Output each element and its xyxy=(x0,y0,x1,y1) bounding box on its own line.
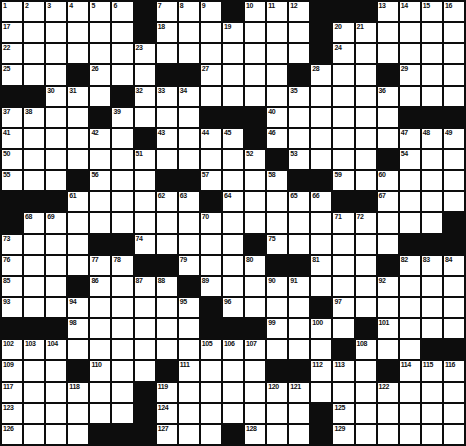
white-cell-r2c14[interactable] xyxy=(289,23,309,42)
white-cell-r3c13[interactable] xyxy=(267,44,287,63)
white-cell-r11c5[interactable] xyxy=(90,213,110,232)
white-cell-r14c21[interactable] xyxy=(444,277,464,296)
white-cell-r17c3[interactable]: 104 xyxy=(46,340,66,359)
white-cell-r7c14[interactable] xyxy=(289,129,309,148)
white-cell-r9c20[interactable] xyxy=(422,171,442,190)
white-cell-r16c20[interactable] xyxy=(422,319,442,338)
white-cell-r12c11[interactable] xyxy=(223,235,243,254)
white-cell-r19c19[interactable] xyxy=(400,383,420,402)
white-cell-r1c2[interactable]: 2 xyxy=(24,2,44,21)
white-cell-r8c16[interactable] xyxy=(333,150,353,169)
white-cell-r8c11[interactable] xyxy=(223,150,243,169)
white-cell-r2c4[interactable] xyxy=(68,23,88,42)
white-cell-r18c5[interactable]: 110 xyxy=(90,361,110,380)
white-cell-r13c12[interactable]: 80 xyxy=(245,256,265,275)
white-cell-r11c6[interactable] xyxy=(112,213,132,232)
white-cell-r16c7[interactable] xyxy=(135,319,155,338)
white-cell-r11c20[interactable] xyxy=(422,213,442,232)
white-cell-r9c12[interactable] xyxy=(245,171,265,190)
white-cell-r17c14[interactable] xyxy=(289,340,309,359)
white-cell-r5c13[interactable] xyxy=(267,87,287,106)
white-cell-r13c17[interactable] xyxy=(356,256,376,275)
white-cell-r9c19[interactable] xyxy=(400,171,420,190)
white-cell-r3c9[interactable] xyxy=(179,44,199,63)
white-cell-r21c21[interactable] xyxy=(444,425,464,444)
white-cell-r21c9[interactable] xyxy=(179,425,199,444)
white-cell-r18c3[interactable] xyxy=(46,361,66,380)
white-cell-r20c10[interactable] xyxy=(201,404,221,423)
white-cell-r10c21[interactable] xyxy=(444,192,464,211)
white-cell-r19c14[interactable]: 121 xyxy=(289,383,309,402)
white-cell-r8c17[interactable] xyxy=(356,150,376,169)
white-cell-r10c19[interactable] xyxy=(400,192,420,211)
white-cell-r18c21[interactable]: 116 xyxy=(444,361,464,380)
white-cell-r16c13[interactable]: 99 xyxy=(267,319,287,338)
white-cell-r9c7[interactable] xyxy=(135,171,155,190)
white-cell-r5c20[interactable] xyxy=(422,87,442,106)
white-cell-r10c5[interactable] xyxy=(90,192,110,211)
white-cell-r14c15[interactable] xyxy=(311,277,331,296)
white-cell-r12c3[interactable] xyxy=(46,235,66,254)
white-cell-r2c8[interactable]: 18 xyxy=(157,23,177,42)
white-cell-r19c8[interactable]: 119 xyxy=(157,383,177,402)
white-cell-r18c1[interactable]: 109 xyxy=(2,361,22,380)
white-cell-r20c6[interactable] xyxy=(112,404,132,423)
white-cell-r2c1[interactable]: 17 xyxy=(2,23,22,42)
white-cell-r9c6[interactable] xyxy=(112,171,132,190)
white-cell-r16c18[interactable]: 101 xyxy=(378,319,398,338)
white-cell-r18c10[interactable] xyxy=(201,361,221,380)
white-cell-r19c1[interactable]: 117 xyxy=(2,383,22,402)
white-cell-r20c21[interactable] xyxy=(444,404,464,423)
white-cell-r7c10[interactable]: 44 xyxy=(201,129,221,148)
white-cell-r20c11[interactable] xyxy=(223,404,243,423)
white-cell-r19c5[interactable] xyxy=(90,383,110,402)
white-cell-r21c16[interactable]: 129 xyxy=(333,425,353,444)
white-cell-r2c9[interactable] xyxy=(179,23,199,42)
white-cell-r10c14[interactable]: 65 xyxy=(289,192,309,211)
white-cell-r4c6[interactable] xyxy=(112,65,132,84)
white-cell-r4c2[interactable] xyxy=(24,65,44,84)
white-cell-r12c8[interactable] xyxy=(157,235,177,254)
white-cell-r5c5[interactable] xyxy=(90,87,110,106)
white-cell-r13c6[interactable]: 78 xyxy=(112,256,132,275)
white-cell-r6c1[interactable]: 37 xyxy=(2,108,22,127)
white-cell-r7c11[interactable]: 45 xyxy=(223,129,243,148)
white-cell-r12c9[interactable] xyxy=(179,235,199,254)
white-cell-r7c18[interactable] xyxy=(378,129,398,148)
white-cell-r13c10[interactable] xyxy=(201,256,221,275)
white-cell-r6c13[interactable]: 40 xyxy=(267,108,287,127)
white-cell-r15c4[interactable]: 94 xyxy=(68,298,88,317)
white-cell-r3c8[interactable] xyxy=(157,44,177,63)
white-cell-r20c8[interactable]: 124 xyxy=(157,404,177,423)
white-cell-r7c6[interactable] xyxy=(112,129,132,148)
white-cell-r21c3[interactable] xyxy=(46,425,66,444)
white-cell-r11c16[interactable]: 71 xyxy=(333,213,353,232)
white-cell-r17c5[interactable] xyxy=(90,340,110,359)
white-cell-r18c12[interactable] xyxy=(245,361,265,380)
white-cell-r11c11[interactable] xyxy=(223,213,243,232)
white-cell-r17c18[interactable] xyxy=(378,340,398,359)
white-cell-r18c17[interactable] xyxy=(356,361,376,380)
white-cell-r18c7[interactable] xyxy=(135,361,155,380)
white-cell-r2c19[interactable] xyxy=(400,23,420,42)
white-cell-r19c10[interactable] xyxy=(201,383,221,402)
white-cell-r16c14[interactable] xyxy=(289,319,309,338)
white-cell-r19c20[interactable] xyxy=(422,383,442,402)
white-cell-r20c20[interactable] xyxy=(422,404,442,423)
white-cell-r6c16[interactable] xyxy=(333,108,353,127)
white-cell-r8c19[interactable]: 54 xyxy=(400,150,420,169)
white-cell-r8c9[interactable] xyxy=(179,150,199,169)
white-cell-r17c2[interactable]: 103 xyxy=(24,340,44,359)
white-cell-r9c13[interactable]: 58 xyxy=(267,171,287,190)
white-cell-r8c2[interactable] xyxy=(24,150,44,169)
white-cell-r19c18[interactable]: 122 xyxy=(378,383,398,402)
white-cell-r5c18[interactable]: 36 xyxy=(378,87,398,106)
white-cell-r21c18[interactable] xyxy=(378,425,398,444)
white-cell-r10c11[interactable]: 64 xyxy=(223,192,243,211)
white-cell-r13c16[interactable] xyxy=(333,256,353,275)
white-cell-r3c11[interactable] xyxy=(223,44,243,63)
white-cell-r3c17[interactable] xyxy=(356,44,376,63)
white-cell-r20c3[interactable] xyxy=(46,404,66,423)
white-cell-r19c6[interactable] xyxy=(112,383,132,402)
white-cell-r15c5[interactable] xyxy=(90,298,110,317)
white-cell-r17c6[interactable] xyxy=(112,340,132,359)
white-cell-r14c17[interactable] xyxy=(356,277,376,296)
white-cell-r7c9[interactable] xyxy=(179,129,199,148)
white-cell-r9c11[interactable] xyxy=(223,171,243,190)
white-cell-r11c3[interactable]: 69 xyxy=(46,213,66,232)
white-cell-r11c17[interactable]: 72 xyxy=(356,213,376,232)
white-cell-r16c9[interactable] xyxy=(179,319,199,338)
white-cell-r5c4[interactable]: 31 xyxy=(68,87,88,106)
white-cell-r17c10[interactable]: 105 xyxy=(201,340,221,359)
white-cell-r6c9[interactable] xyxy=(179,108,199,127)
white-cell-r21c1[interactable]: 126 xyxy=(2,425,22,444)
white-cell-r5c17[interactable] xyxy=(356,87,376,106)
white-cell-r12c4[interactable] xyxy=(68,235,88,254)
white-cell-r6c17[interactable] xyxy=(356,108,376,127)
white-cell-r14c14[interactable]: 91 xyxy=(289,277,309,296)
white-cell-r8c3[interactable] xyxy=(46,150,66,169)
white-cell-r14c19[interactable] xyxy=(400,277,420,296)
white-cell-r20c2[interactable] xyxy=(24,404,44,423)
white-cell-r1c8[interactable]: 7 xyxy=(157,2,177,21)
white-cell-r4c11[interactable] xyxy=(223,65,243,84)
white-cell-r13c3[interactable] xyxy=(46,256,66,275)
white-cell-r17c8[interactable] xyxy=(157,340,177,359)
white-cell-r21c19[interactable] xyxy=(400,425,420,444)
white-cell-r2c12[interactable] xyxy=(245,23,265,42)
white-cell-r15c1[interactable]: 93 xyxy=(2,298,22,317)
white-cell-r6c4[interactable] xyxy=(68,108,88,127)
white-cell-r19c11[interactable] xyxy=(223,383,243,402)
white-cell-r2c18[interactable] xyxy=(378,23,398,42)
white-cell-r8c6[interactable] xyxy=(112,150,132,169)
white-cell-r20c17[interactable] xyxy=(356,404,376,423)
white-cell-r11c12[interactable] xyxy=(245,213,265,232)
white-cell-r12c13[interactable]: 75 xyxy=(267,235,287,254)
white-cell-r15c8[interactable] xyxy=(157,298,177,317)
white-cell-r1c18[interactable]: 13 xyxy=(378,2,398,21)
white-cell-r9c16[interactable]: 59 xyxy=(333,171,353,190)
white-cell-r9c1[interactable]: 55 xyxy=(2,171,22,190)
white-cell-r11c2[interactable]: 68 xyxy=(24,213,44,232)
white-cell-r4c1[interactable]: 25 xyxy=(2,65,22,84)
white-cell-r18c20[interactable]: 115 xyxy=(422,361,442,380)
white-cell-r19c9[interactable] xyxy=(179,383,199,402)
white-cell-r8c21[interactable] xyxy=(444,150,464,169)
white-cell-r2c21[interactable] xyxy=(444,23,464,42)
white-cell-r14c6[interactable] xyxy=(112,277,132,296)
white-cell-r13c15[interactable]: 81 xyxy=(311,256,331,275)
white-cell-r20c4[interactable] xyxy=(68,404,88,423)
white-cell-r9c10[interactable]: 57 xyxy=(201,171,221,190)
white-cell-r3c3[interactable] xyxy=(46,44,66,63)
white-cell-r11c14[interactable] xyxy=(289,213,309,232)
white-cell-r3c18[interactable] xyxy=(378,44,398,63)
white-cell-r1c10[interactable]: 9 xyxy=(201,2,221,21)
white-cell-r15c13[interactable] xyxy=(267,298,287,317)
white-cell-r18c6[interactable] xyxy=(112,361,132,380)
white-cell-r7c20[interactable]: 48 xyxy=(422,129,442,148)
white-cell-r18c19[interactable]: 114 xyxy=(400,361,420,380)
white-cell-r9c21[interactable] xyxy=(444,171,464,190)
white-cell-r8c15[interactable] xyxy=(311,150,331,169)
white-cell-r19c17[interactable] xyxy=(356,383,376,402)
white-cell-r4c7[interactable] xyxy=(135,65,155,84)
white-cell-r1c12[interactable]: 10 xyxy=(245,2,265,21)
white-cell-r7c4[interactable] xyxy=(68,129,88,148)
white-cell-r12c2[interactable] xyxy=(24,235,44,254)
white-cell-r14c20[interactable] xyxy=(422,277,442,296)
white-cell-r2c11[interactable]: 19 xyxy=(223,23,243,42)
white-cell-r9c18[interactable]: 60 xyxy=(378,171,398,190)
white-cell-r20c12[interactable] xyxy=(245,404,265,423)
white-cell-r10c13[interactable] xyxy=(267,192,287,211)
white-cell-r12c16[interactable] xyxy=(333,235,353,254)
white-cell-r2c2[interactable] xyxy=(24,23,44,42)
white-cell-r19c15[interactable] xyxy=(311,383,331,402)
white-cell-r12c14[interactable] xyxy=(289,235,309,254)
white-cell-r4c5[interactable]: 26 xyxy=(90,65,110,84)
white-cell-r11c10[interactable]: 70 xyxy=(201,213,221,232)
white-cell-r1c6[interactable]: 6 xyxy=(112,2,132,21)
white-cell-r3c21[interactable] xyxy=(444,44,464,63)
white-cell-r21c14[interactable] xyxy=(289,425,309,444)
white-cell-r20c18[interactable] xyxy=(378,404,398,423)
white-cell-r6c2[interactable]: 38 xyxy=(24,108,44,127)
white-cell-r16c16[interactable] xyxy=(333,319,353,338)
white-cell-r17c15[interactable] xyxy=(311,340,331,359)
white-cell-r15c17[interactable] xyxy=(356,298,376,317)
white-cell-r1c9[interactable]: 8 xyxy=(179,2,199,21)
white-cell-r13c5[interactable]: 77 xyxy=(90,256,110,275)
white-cell-r12c18[interactable] xyxy=(378,235,398,254)
white-cell-r4c13[interactable] xyxy=(267,65,287,84)
white-cell-r11c7[interactable] xyxy=(135,213,155,232)
white-cell-r20c19[interactable] xyxy=(400,404,420,423)
white-cell-r7c1[interactable]: 41 xyxy=(2,129,22,148)
white-cell-r2c16[interactable]: 20 xyxy=(333,23,353,42)
white-cell-r18c2[interactable] xyxy=(24,361,44,380)
white-cell-r10c4[interactable]: 61 xyxy=(68,192,88,211)
white-cell-r2c17[interactable]: 21 xyxy=(356,23,376,42)
white-cell-r20c9[interactable] xyxy=(179,404,199,423)
white-cell-r21c12[interactable]: 128 xyxy=(245,425,265,444)
white-cell-r13c20[interactable]: 83 xyxy=(422,256,442,275)
white-cell-r15c9[interactable]: 95 xyxy=(179,298,199,317)
white-cell-r11c15[interactable] xyxy=(311,213,331,232)
white-cell-r19c21[interactable] xyxy=(444,383,464,402)
white-cell-r10c7[interactable] xyxy=(135,192,155,211)
white-cell-r8c14[interactable]: 53 xyxy=(289,150,309,169)
white-cell-r14c18[interactable]: 92 xyxy=(378,277,398,296)
white-cell-r3c1[interactable]: 22 xyxy=(2,44,22,63)
white-cell-r17c12[interactable]: 107 xyxy=(245,340,265,359)
white-cell-r1c5[interactable]: 5 xyxy=(90,2,110,21)
white-cell-r1c20[interactable]: 15 xyxy=(422,2,442,21)
white-cell-r1c13[interactable]: 11 xyxy=(267,2,287,21)
white-cell-r12c15[interactable] xyxy=(311,235,331,254)
white-cell-r12c1[interactable]: 73 xyxy=(2,235,22,254)
white-cell-r20c14[interactable] xyxy=(289,404,309,423)
white-cell-r2c3[interactable] xyxy=(46,23,66,42)
white-cell-r21c13[interactable] xyxy=(267,425,287,444)
white-cell-r8c1[interactable]: 50 xyxy=(2,150,22,169)
white-cell-r1c4[interactable]: 4 xyxy=(68,2,88,21)
white-cell-r10c6[interactable] xyxy=(112,192,132,211)
white-cell-r16c4[interactable]: 98 xyxy=(68,319,88,338)
white-cell-r20c13[interactable] xyxy=(267,404,287,423)
white-cell-r3c16[interactable]: 24 xyxy=(333,44,353,63)
white-cell-r4c15[interactable]: 28 xyxy=(311,65,331,84)
white-cell-r12c17[interactable] xyxy=(356,235,376,254)
white-cell-r10c15[interactable]: 66 xyxy=(311,192,331,211)
white-cell-r14c7[interactable]: 87 xyxy=(135,277,155,296)
white-cell-r17c11[interactable]: 106 xyxy=(223,340,243,359)
white-cell-r17c13[interactable] xyxy=(267,340,287,359)
white-cell-r4c10[interactable]: 27 xyxy=(201,65,221,84)
white-cell-r10c18[interactable]: 67 xyxy=(378,192,398,211)
white-cell-r12c10[interactable] xyxy=(201,235,221,254)
white-cell-r14c5[interactable]: 86 xyxy=(90,277,110,296)
white-cell-r13c1[interactable]: 76 xyxy=(2,256,22,275)
white-cell-r15c6[interactable] xyxy=(112,298,132,317)
white-cell-r5c3[interactable]: 30 xyxy=(46,87,66,106)
white-cell-r18c16[interactable]: 113 xyxy=(333,361,353,380)
white-cell-r10c8[interactable]: 62 xyxy=(157,192,177,211)
white-cell-r17c9[interactable] xyxy=(179,340,199,359)
white-cell-r4c16[interactable] xyxy=(333,65,353,84)
white-cell-r18c15[interactable]: 112 xyxy=(311,361,331,380)
white-cell-r15c3[interactable] xyxy=(46,298,66,317)
white-cell-r1c19[interactable]: 14 xyxy=(400,2,420,21)
white-cell-r15c11[interactable]: 96 xyxy=(223,298,243,317)
white-cell-r10c12[interactable] xyxy=(245,192,265,211)
white-cell-r5c11[interactable] xyxy=(223,87,243,106)
white-cell-r13c11[interactable] xyxy=(223,256,243,275)
white-cell-r14c16[interactable] xyxy=(333,277,353,296)
white-cell-r16c21[interactable] xyxy=(444,319,464,338)
white-cell-r14c13[interactable]: 90 xyxy=(267,277,287,296)
white-cell-r3c19[interactable] xyxy=(400,44,420,63)
white-cell-r6c8[interactable] xyxy=(157,108,177,127)
white-cell-r7c3[interactable] xyxy=(46,129,66,148)
white-cell-r20c1[interactable]: 123 xyxy=(2,404,22,423)
white-cell-r6c18[interactable] xyxy=(378,108,398,127)
white-cell-r5c19[interactable] xyxy=(400,87,420,106)
white-cell-r16c19[interactable] xyxy=(400,319,420,338)
white-cell-r9c17[interactable] xyxy=(356,171,376,190)
white-cell-r8c20[interactable] xyxy=(422,150,442,169)
white-cell-r5c10[interactable] xyxy=(201,87,221,106)
white-cell-r21c2[interactable] xyxy=(24,425,44,444)
white-cell-r7c16[interactable] xyxy=(333,129,353,148)
white-cell-r13c9[interactable]: 79 xyxy=(179,256,199,275)
white-cell-r21c4[interactable] xyxy=(68,425,88,444)
white-cell-r15c19[interactable] xyxy=(400,298,420,317)
white-cell-r17c17[interactable]: 108 xyxy=(356,340,376,359)
white-cell-r17c7[interactable] xyxy=(135,340,155,359)
white-cell-r5c21[interactable] xyxy=(444,87,464,106)
white-cell-r14c1[interactable]: 85 xyxy=(2,277,22,296)
white-cell-r8c8[interactable] xyxy=(157,150,177,169)
white-cell-r21c8[interactable]: 127 xyxy=(157,425,177,444)
white-cell-r19c16[interactable] xyxy=(333,383,353,402)
white-cell-r15c16[interactable]: 97 xyxy=(333,298,353,317)
white-cell-r2c5[interactable] xyxy=(90,23,110,42)
white-cell-r2c13[interactable] xyxy=(267,23,287,42)
white-cell-r3c20[interactable] xyxy=(422,44,442,63)
white-cell-r11c8[interactable] xyxy=(157,213,177,232)
white-cell-r19c12[interactable] xyxy=(245,383,265,402)
white-cell-r5c9[interactable]: 34 xyxy=(179,87,199,106)
white-cell-r11c4[interactable] xyxy=(68,213,88,232)
white-cell-r14c10[interactable]: 89 xyxy=(201,277,221,296)
white-cell-r15c2[interactable] xyxy=(24,298,44,317)
white-cell-r14c11[interactable] xyxy=(223,277,243,296)
white-cell-r16c15[interactable]: 100 xyxy=(311,319,331,338)
white-cell-r11c13[interactable] xyxy=(267,213,287,232)
white-cell-r19c2[interactable] xyxy=(24,383,44,402)
white-cell-r21c17[interactable] xyxy=(356,425,376,444)
white-cell-r6c7[interactable] xyxy=(135,108,155,127)
white-cell-r7c21[interactable]: 49 xyxy=(444,129,464,148)
white-cell-r5c7[interactable]: 32 xyxy=(135,87,155,106)
white-cell-r3c4[interactable] xyxy=(68,44,88,63)
white-cell-r2c20[interactable] xyxy=(422,23,442,42)
white-cell-r1c14[interactable]: 12 xyxy=(289,2,309,21)
white-cell-r13c19[interactable]: 82 xyxy=(400,256,420,275)
white-cell-r11c9[interactable] xyxy=(179,213,199,232)
white-cell-r15c21[interactable] xyxy=(444,298,464,317)
white-cell-r3c7[interactable]: 23 xyxy=(135,44,155,63)
white-cell-r15c18[interactable] xyxy=(378,298,398,317)
white-cell-r6c3[interactable] xyxy=(46,108,66,127)
white-cell-r17c1[interactable]: 102 xyxy=(2,340,22,359)
white-cell-r7c17[interactable] xyxy=(356,129,376,148)
white-cell-r14c12[interactable] xyxy=(245,277,265,296)
white-cell-r5c15[interactable] xyxy=(311,87,331,106)
white-cell-r7c15[interactable] xyxy=(311,129,331,148)
white-cell-r21c10[interactable] xyxy=(201,425,221,444)
white-cell-r7c8[interactable]: 43 xyxy=(157,129,177,148)
white-cell-r3c10[interactable] xyxy=(201,44,221,63)
